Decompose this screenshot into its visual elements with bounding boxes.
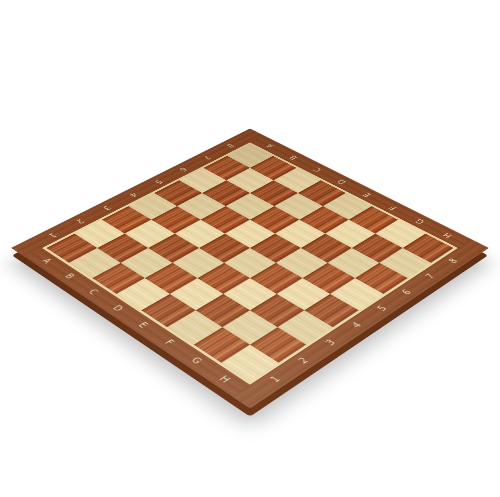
rank-label: 5 <box>376 305 389 313</box>
rank-label: 2 <box>297 357 310 365</box>
square-f2[interactable] <box>196 294 250 327</box>
rank-label: 8 <box>448 258 460 265</box>
square-h3[interactable] <box>278 310 333 344</box>
frame-strip-right <box>232 239 489 409</box>
square-g5[interactable] <box>303 263 356 294</box>
square-e1[interactable] <box>141 294 195 327</box>
label-cell: H <box>201 364 248 395</box>
label-cell: B <box>49 264 90 289</box>
label-cell: 6 <box>386 279 428 305</box>
file-label: C <box>87 288 100 296</box>
rank-label: 7 <box>425 273 437 280</box>
square-h1[interactable] <box>221 345 278 382</box>
label-cell: F <box>147 329 192 358</box>
square-f1[interactable] <box>167 310 222 344</box>
square-d2[interactable] <box>145 263 198 294</box>
label-cell: E <box>121 312 165 340</box>
square-c2[interactable] <box>121 248 173 278</box>
label-cell: 1 <box>252 364 299 395</box>
square-h4[interactable] <box>304 294 358 327</box>
square-f4[interactable] <box>250 263 303 294</box>
square-d3[interactable] <box>172 248 224 278</box>
rank-label: 6 <box>401 289 413 296</box>
square-g4[interactable] <box>277 278 330 310</box>
square-e4[interactable] <box>224 248 276 278</box>
label-cell: G <box>173 346 219 376</box>
file-label: H <box>217 375 231 384</box>
file-labels-near: ABCDEFGH <box>26 249 247 395</box>
square-h7[interactable] <box>379 248 431 278</box>
file-label: G <box>189 356 203 365</box>
rank-label: 4 <box>351 321 364 329</box>
rank-label: 3 <box>325 339 338 347</box>
square-f3[interactable] <box>223 278 276 310</box>
file-label: F <box>163 339 175 347</box>
square-g2[interactable] <box>222 310 277 344</box>
label-cell: 8 <box>433 249 473 273</box>
board-grid <box>46 144 453 381</box>
square-c1[interactable] <box>92 263 145 294</box>
square-b1[interactable] <box>69 248 121 278</box>
rank-label: 1 <box>269 375 282 384</box>
chess-board-scene: ABCDEFGH ABCDEFGH 87654321 87654321 <box>81 79 419 417</box>
square-h5[interactable] <box>330 278 383 310</box>
label-cell: 7 <box>410 264 451 289</box>
square-h2[interactable] <box>250 327 306 363</box>
square-e2[interactable] <box>170 278 223 310</box>
file-label: A <box>40 258 52 265</box>
label-cell: 4 <box>335 312 379 340</box>
square-g3[interactable] <box>250 294 304 327</box>
label-cell: 5 <box>361 295 404 322</box>
label-cell: 3 <box>309 329 354 358</box>
board-surface: ABCDEFGH ABCDEFGH 87654321 87654321 <box>11 129 489 409</box>
square-f5[interactable] <box>276 248 328 278</box>
label-cell: D <box>96 295 139 322</box>
file-label: D <box>111 304 124 312</box>
label-cell: C <box>72 279 114 305</box>
square-g1[interactable] <box>194 327 250 363</box>
file-label: E <box>136 321 149 329</box>
chess-board: ABCDEFGH ABCDEFGH 87654321 87654321 <box>11 129 489 409</box>
square-g6[interactable] <box>328 248 380 278</box>
square-h6[interactable] <box>355 263 408 294</box>
rank-labels-right: 87654321 <box>252 249 473 395</box>
frame-strip-bottom <box>11 239 268 409</box>
label-cell: 2 <box>281 346 327 376</box>
square-e3[interactable] <box>197 263 250 294</box>
square-d1[interactable] <box>116 278 169 310</box>
file-label: B <box>63 273 76 280</box>
